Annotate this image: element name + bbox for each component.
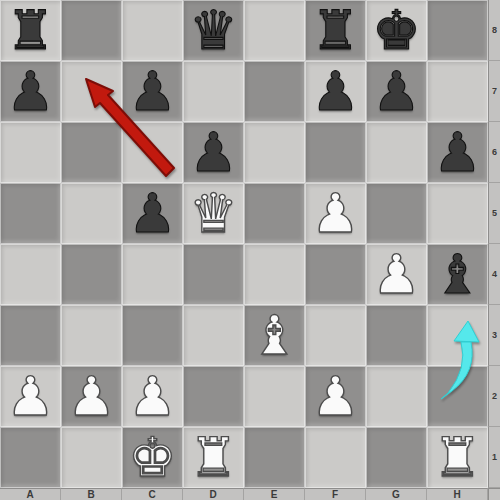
rank-label-4: 4	[488, 244, 500, 305]
square-f4[interactable]	[305, 244, 366, 305]
square-f1[interactable]	[305, 427, 366, 488]
square-g4[interactable]: ♟	[366, 244, 427, 305]
square-b2[interactable]: ♟	[61, 366, 122, 427]
square-g3[interactable]	[366, 305, 427, 366]
piece-white-pawn[interactable]: ♟	[0, 366, 61, 427]
file-label-c: C	[122, 488, 183, 500]
piece-black-pawn[interactable]: ♟	[305, 61, 366, 122]
chess-board: ♜♛♜♚8♟♟♟♟7♟♟6♟♛♟5♟♝4♝3♟♟♟♟2♚♜♜1ABCDEFGH	[0, 0, 500, 500]
piece-black-pawn[interactable]: ♟	[0, 61, 61, 122]
square-c6[interactable]	[122, 122, 183, 183]
square-a7[interactable]: ♟	[0, 61, 61, 122]
square-b1[interactable]	[61, 427, 122, 488]
square-f5[interactable]: ♟	[305, 183, 366, 244]
square-a2[interactable]: ♟	[0, 366, 61, 427]
square-d4[interactable]	[183, 244, 244, 305]
square-h7[interactable]	[427, 61, 488, 122]
square-a1[interactable]	[0, 427, 61, 488]
file-label-h: H	[427, 488, 488, 500]
square-e3[interactable]: ♝	[244, 305, 305, 366]
square-h2[interactable]	[427, 366, 488, 427]
square-h4[interactable]: ♝	[427, 244, 488, 305]
square-g1[interactable]	[366, 427, 427, 488]
square-f8[interactable]: ♜	[305, 0, 366, 61]
piece-black-pawn[interactable]: ♟	[183, 122, 244, 183]
square-h5[interactable]	[427, 183, 488, 244]
square-b3[interactable]	[61, 305, 122, 366]
rank-label-5: 5	[488, 183, 500, 244]
square-d6[interactable]: ♟	[183, 122, 244, 183]
rank-label-8: 8	[488, 0, 500, 61]
file-label-e: E	[244, 488, 305, 500]
chess-board-app: ♜♛♜♚8♟♟♟♟7♟♟6♟♛♟5♟♝4♝3♟♟♟♟2♚♜♜1ABCDEFGH	[0, 0, 500, 500]
square-b7[interactable]	[61, 61, 122, 122]
piece-white-pawn[interactable]: ♟	[122, 366, 183, 427]
square-f6[interactable]	[305, 122, 366, 183]
square-c8[interactable]	[122, 0, 183, 61]
square-a4[interactable]	[0, 244, 61, 305]
file-label-b: B	[61, 488, 122, 500]
square-g8[interactable]: ♚	[366, 0, 427, 61]
square-f2[interactable]: ♟	[305, 366, 366, 427]
square-e1[interactable]	[244, 427, 305, 488]
square-f3[interactable]	[305, 305, 366, 366]
square-c5[interactable]: ♟	[122, 183, 183, 244]
piece-black-queen[interactable]: ♛	[183, 0, 244, 61]
piece-white-rook[interactable]: ♜	[427, 427, 488, 488]
square-d2[interactable]	[183, 366, 244, 427]
piece-black-pawn[interactable]: ♟	[122, 61, 183, 122]
piece-white-pawn[interactable]: ♟	[366, 244, 427, 305]
piece-black-pawn[interactable]: ♟	[122, 183, 183, 244]
square-g6[interactable]	[366, 122, 427, 183]
square-b6[interactable]	[61, 122, 122, 183]
rank-label-7: 7	[488, 61, 500, 122]
square-c1[interactable]: ♚	[122, 427, 183, 488]
square-d7[interactable]	[183, 61, 244, 122]
file-label-d: D	[183, 488, 244, 500]
square-d1[interactable]: ♜	[183, 427, 244, 488]
piece-black-pawn[interactable]: ♟	[366, 61, 427, 122]
square-g5[interactable]	[366, 183, 427, 244]
square-d3[interactable]	[183, 305, 244, 366]
square-a6[interactable]	[0, 122, 61, 183]
piece-white-pawn[interactable]: ♟	[305, 183, 366, 244]
square-a3[interactable]	[0, 305, 61, 366]
piece-white-rook[interactable]: ♜	[183, 427, 244, 488]
piece-white-king[interactable]: ♚	[122, 427, 183, 488]
square-b4[interactable]	[61, 244, 122, 305]
label-strip-corner	[488, 488, 500, 500]
square-d8[interactable]: ♛	[183, 0, 244, 61]
square-g2[interactable]	[366, 366, 427, 427]
square-c7[interactable]: ♟	[122, 61, 183, 122]
square-e8[interactable]	[244, 0, 305, 61]
square-f7[interactable]: ♟	[305, 61, 366, 122]
square-e5[interactable]	[244, 183, 305, 244]
piece-black-pawn[interactable]: ♟	[427, 122, 488, 183]
piece-black-bishop[interactable]: ♝	[427, 244, 488, 305]
square-d5[interactable]: ♛	[183, 183, 244, 244]
piece-white-queen[interactable]: ♛	[183, 183, 244, 244]
rank-label-2: 2	[488, 366, 500, 427]
square-h3[interactable]	[427, 305, 488, 366]
piece-white-pawn[interactable]: ♟	[61, 366, 122, 427]
rank-label-6: 6	[488, 122, 500, 183]
square-b8[interactable]	[61, 0, 122, 61]
square-h6[interactable]: ♟	[427, 122, 488, 183]
square-e2[interactable]	[244, 366, 305, 427]
square-e6[interactable]	[244, 122, 305, 183]
piece-black-rook[interactable]: ♜	[0, 0, 61, 61]
square-g7[interactable]: ♟	[366, 61, 427, 122]
square-a5[interactable]	[0, 183, 61, 244]
rank-label-1: 1	[488, 427, 500, 488]
square-h1[interactable]: ♜	[427, 427, 488, 488]
file-label-f: F	[305, 488, 366, 500]
square-c4[interactable]	[122, 244, 183, 305]
square-a8[interactable]: ♜	[0, 0, 61, 61]
square-e7[interactable]	[244, 61, 305, 122]
piece-black-king[interactable]: ♚	[366, 0, 427, 61]
piece-white-bishop[interactable]: ♝	[244, 305, 305, 366]
square-c2[interactable]: ♟	[122, 366, 183, 427]
square-b5[interactable]	[61, 183, 122, 244]
square-h8[interactable]	[427, 0, 488, 61]
rank-label-3: 3	[488, 305, 500, 366]
file-label-g: G	[366, 488, 427, 500]
piece-white-pawn[interactable]: ♟	[305, 366, 366, 427]
square-e4[interactable]	[244, 244, 305, 305]
piece-black-rook[interactable]: ♜	[305, 0, 366, 61]
square-c3[interactable]	[122, 305, 183, 366]
file-label-a: A	[0, 488, 61, 500]
